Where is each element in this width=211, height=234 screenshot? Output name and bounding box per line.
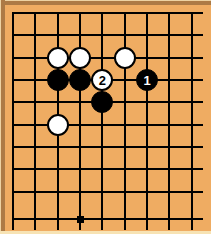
grid-line-horizontal: [12, 168, 203, 170]
grid-line-horizontal: [12, 57, 203, 59]
white-stone[interactable]: [114, 47, 136, 69]
grid-line-vertical: [168, 12, 170, 230]
star-point: [77, 216, 84, 223]
grid-line-vertical: [191, 12, 193, 230]
grid-line-horizontal: [12, 34, 203, 36]
black-stone[interactable]: [47, 69, 69, 91]
board-bottom-edge: [0, 231, 211, 234]
grid-line-horizontal: [12, 191, 203, 193]
black-stone[interactable]: [91, 91, 113, 113]
black-stone-move-1[interactable]: 1: [136, 69, 158, 91]
go-board[interactable]: 21: [0, 0, 211, 234]
white-stone[interactable]: [69, 47, 91, 69]
grid-line-vertical: [146, 12, 148, 230]
white-stone[interactable]: [47, 114, 69, 136]
white-stone[interactable]: [47, 47, 69, 69]
grid-line-vertical: [101, 12, 103, 230]
grid-line-horizontal: [12, 218, 203, 220]
grid-line-vertical: [12, 12, 14, 230]
go-board-diagram: 21: [0, 0, 211, 234]
grid-line-horizontal: [12, 146, 203, 148]
grid-line-vertical: [79, 12, 81, 230]
grid-line-vertical: [124, 12, 126, 230]
white-stone-move-2[interactable]: 2: [91, 69, 113, 91]
grid-line-vertical: [34, 12, 36, 230]
grid-line-horizontal: [12, 124, 203, 126]
grid-line-horizontal: [12, 12, 203, 14]
black-stone[interactable]: [69, 69, 91, 91]
board-frame-left: [0, 0, 5, 231]
board-frame-top: [0, 0, 211, 5]
